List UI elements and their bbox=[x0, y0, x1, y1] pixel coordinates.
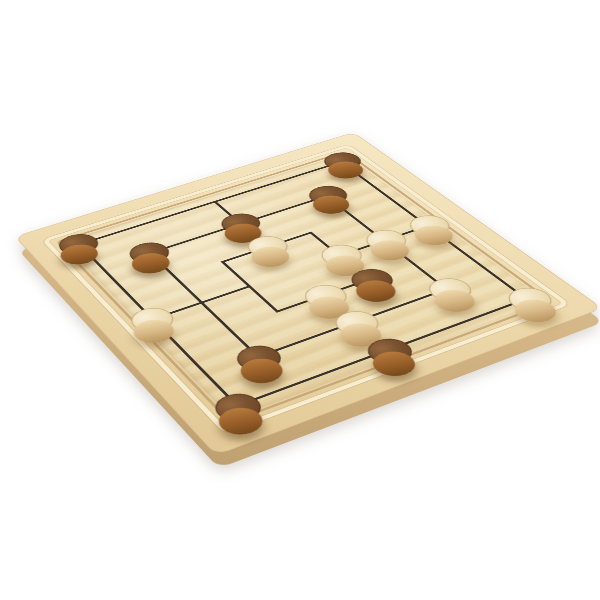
board-scene bbox=[0, 0, 600, 600]
nine-mens-morris-board bbox=[15, 132, 600, 455]
